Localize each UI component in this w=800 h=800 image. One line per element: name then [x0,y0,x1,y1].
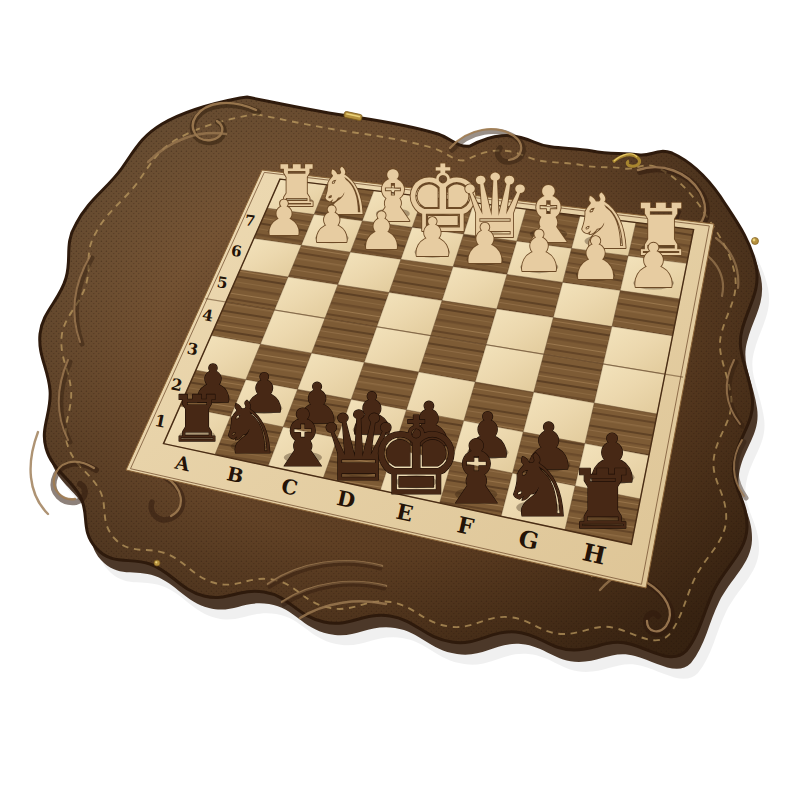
scene-svg: 1234567ABCDEFGH ♜♞♝♚♛♝♞♜♟♟♟♟♟♟♟♟♟♟♟♟♟♟♟♟… [0,0,800,800]
piece-light-pawn-b7: ♟ [309,195,354,254]
brass-stud-icon [752,238,759,245]
board-photo: Handcrafted carved walnut folding chess … [0,0,800,800]
piece-light-pawn-c7: ♟ [358,201,404,261]
piece-light-pawn-d7: ♟ [408,207,456,269]
piece-light-pawn-f7: ♟ [514,218,565,284]
piece-light-pawn-a7: ♟ [262,190,306,246]
piece-light-pawn-g7: ♟ [569,224,622,293]
piece-light-pawn-h7: ♟ [626,231,681,301]
piece-light-pawn-e7: ♟ [460,212,509,276]
piece-dark-rook-h1: ♜ [566,452,639,547]
brass-pin-icon [154,560,160,566]
